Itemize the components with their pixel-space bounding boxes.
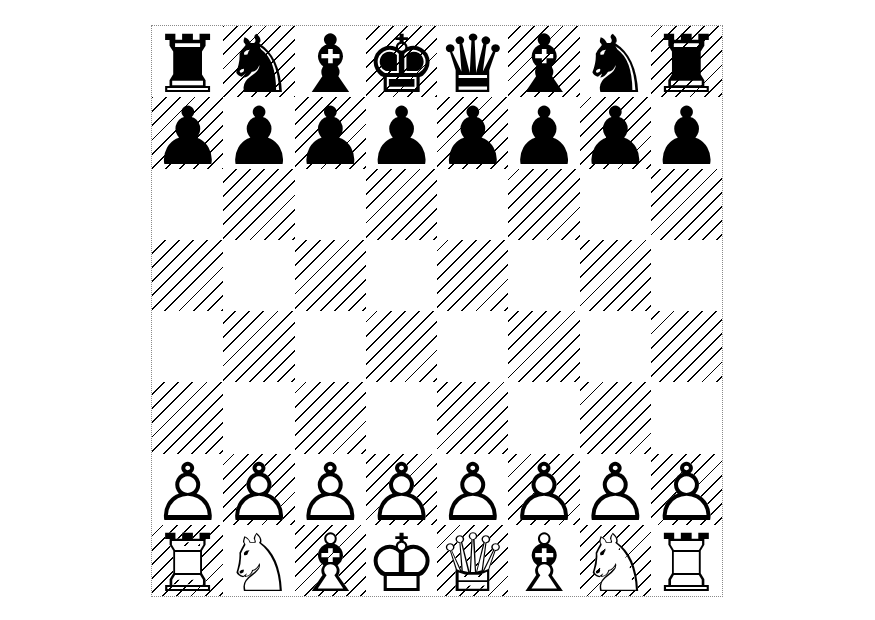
square-h2: ♟♙ <box>651 454 722 525</box>
black-pawn: ♟ <box>651 97 722 177</box>
black-pawn: ♟ <box>295 97 366 177</box>
black-pawn: ♟ <box>580 97 651 177</box>
white-rook: ♖ <box>651 524 722 604</box>
white-pawn: ♙ <box>580 453 651 533</box>
square-c5 <box>295 240 366 311</box>
white-pawn-fill: ♟ <box>437 453 508 533</box>
square-b3 <box>223 382 294 453</box>
white-bishop-fill: ♝ <box>508 524 579 604</box>
white-rook-fill: ♜ <box>651 524 722 604</box>
square-h6 <box>651 169 722 240</box>
black-knight: ♞ <box>580 25 651 105</box>
white-knight-fill: ♞ <box>223 524 294 604</box>
white-pawn: ♙ <box>223 453 294 533</box>
square-c7: ♟ <box>295 97 366 168</box>
white-pawn: ♙ <box>295 453 366 533</box>
chess-board: ♜♞♝♚♛♝♞♜♟♟♟♟♟♟♟♟♟♙♟♙♟♙♟♙♟♙♟♙♟♙♟♙♜♖♞♘♝♗♚♔… <box>152 26 722 596</box>
square-e3 <box>437 382 508 453</box>
black-king: ♚ <box>366 25 437 105</box>
square-f2: ♟♙ <box>508 454 579 525</box>
black-pawn: ♟ <box>437 97 508 177</box>
square-h8: ♜ <box>651 26 722 97</box>
square-b8: ♞ <box>223 26 294 97</box>
square-a7: ♟ <box>152 97 223 168</box>
square-h5 <box>651 240 722 311</box>
white-pawn-fill: ♟ <box>366 453 437 533</box>
white-pawn: ♙ <box>508 453 579 533</box>
white-rook: ♖ <box>152 524 223 604</box>
square-a2: ♟♙ <box>152 454 223 525</box>
white-bishop: ♗ <box>295 524 366 604</box>
white-pawn-fill: ♟ <box>651 453 722 533</box>
square-a6 <box>152 169 223 240</box>
square-e5 <box>437 240 508 311</box>
square-b1: ♞♘ <box>223 525 294 596</box>
white-pawn: ♙ <box>366 453 437 533</box>
square-e2: ♟♙ <box>437 454 508 525</box>
square-d2: ♟♙ <box>366 454 437 525</box>
square-a4 <box>152 311 223 382</box>
black-queen: ♛ <box>437 25 508 105</box>
square-d5 <box>366 240 437 311</box>
white-bishop-fill: ♝ <box>295 524 366 604</box>
square-c8: ♝ <box>295 26 366 97</box>
white-pawn: ♙ <box>437 453 508 533</box>
square-e4 <box>437 311 508 382</box>
black-bishop: ♝ <box>508 25 579 105</box>
square-g3 <box>580 382 651 453</box>
square-f1: ♝♗ <box>508 525 579 596</box>
square-b5 <box>223 240 294 311</box>
white-pawn: ♙ <box>651 453 722 533</box>
black-rook: ♜ <box>152 25 223 105</box>
square-a8: ♜ <box>152 26 223 97</box>
white-pawn-fill: ♟ <box>580 453 651 533</box>
square-g1: ♞♘ <box>580 525 651 596</box>
black-rook: ♜ <box>651 25 722 105</box>
square-f6 <box>508 169 579 240</box>
square-f3 <box>508 382 579 453</box>
black-bishop: ♝ <box>295 25 366 105</box>
square-d1: ♚♔ <box>366 525 437 596</box>
black-pawn: ♟ <box>366 97 437 177</box>
square-g6 <box>580 169 651 240</box>
white-king: ♔ <box>366 524 437 604</box>
white-pawn-fill: ♟ <box>295 453 366 533</box>
square-f8: ♝ <box>508 26 579 97</box>
square-c2: ♟♙ <box>295 454 366 525</box>
white-pawn-fill: ♟ <box>223 453 294 533</box>
square-g8: ♞ <box>580 26 651 97</box>
white-bishop: ♗ <box>508 524 579 604</box>
square-h4 <box>651 311 722 382</box>
square-b2: ♟♙ <box>223 454 294 525</box>
white-rook-fill: ♜ <box>152 524 223 604</box>
square-d3 <box>366 382 437 453</box>
black-pawn: ♟ <box>152 97 223 177</box>
square-f4 <box>508 311 579 382</box>
square-d4 <box>366 311 437 382</box>
square-e7: ♟ <box>437 97 508 168</box>
square-a5 <box>152 240 223 311</box>
square-h7: ♟ <box>651 97 722 168</box>
black-pawn: ♟ <box>223 97 294 177</box>
square-b6 <box>223 169 294 240</box>
square-h1: ♜♖ <box>651 525 722 596</box>
white-knight-fill: ♞ <box>580 524 651 604</box>
square-d8: ♚ <box>366 26 437 97</box>
square-g4 <box>580 311 651 382</box>
square-b7: ♟ <box>223 97 294 168</box>
black-pawn: ♟ <box>508 97 579 177</box>
page: ♜♞♝♚♛♝♞♜♟♟♟♟♟♟♟♟♟♙♟♙♟♙♟♙♟♙♟♙♟♙♟♙♜♖♞♘♝♗♚♔… <box>0 0 875 620</box>
white-pawn: ♙ <box>152 453 223 533</box>
square-d6 <box>366 169 437 240</box>
square-d7: ♟ <box>366 97 437 168</box>
square-c4 <box>295 311 366 382</box>
square-c6 <box>295 169 366 240</box>
black-knight: ♞ <box>223 25 294 105</box>
white-queen-fill: ♛ <box>437 524 508 604</box>
square-c3 <box>295 382 366 453</box>
square-g5 <box>580 240 651 311</box>
square-g2: ♟♙ <box>580 454 651 525</box>
square-a1: ♜♖ <box>152 525 223 596</box>
square-c1: ♝♗ <box>295 525 366 596</box>
white-pawn-fill: ♟ <box>152 453 223 533</box>
square-f7: ♟ <box>508 97 579 168</box>
square-g7: ♟ <box>580 97 651 168</box>
white-pawn-fill: ♟ <box>508 453 579 533</box>
square-h3 <box>651 382 722 453</box>
white-knight: ♘ <box>580 524 651 604</box>
square-e8: ♛ <box>437 26 508 97</box>
square-a3 <box>152 382 223 453</box>
square-e6 <box>437 169 508 240</box>
square-f5 <box>508 240 579 311</box>
white-king-fill: ♚ <box>366 524 437 604</box>
square-b4 <box>223 311 294 382</box>
white-queen: ♕ <box>437 524 508 604</box>
white-knight: ♘ <box>223 524 294 604</box>
square-e1: ♛♕ <box>437 525 508 596</box>
